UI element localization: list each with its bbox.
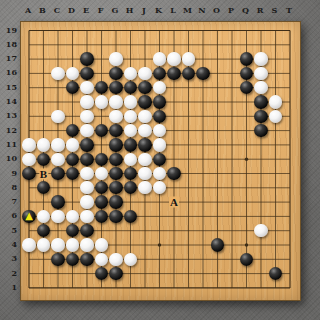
go-diagram-scene: ABCDEFGHJKLMNOPQRST 19181716151413121110… [0,0,320,320]
white-stone-J10 [138,153,151,166]
white-stone-J12 [138,124,151,137]
white-stone-H14 [124,95,137,108]
coord-label-col-O: O [213,5,220,15]
white-stone-C11 [51,138,64,151]
black-stone-C3 [51,253,64,266]
white-stone-J13 [138,110,151,123]
white-stone-E13 [80,110,93,123]
black-stone-L16 [167,67,180,80]
white-stone-A10 [22,153,35,166]
white-stone-E15 [80,81,93,94]
white-stone-D4 [66,238,79,251]
white-stone-C13 [51,110,64,123]
coord-label-row-12: 12 [4,125,17,135]
white-stone-F14 [95,95,108,108]
black-stone-G6 [109,210,122,223]
coord-label-col-R: R [257,5,264,15]
white-stone-A4 [22,238,35,251]
white-stone-F4 [95,238,108,251]
black-stone-K14 [153,95,166,108]
board-label-B-B9: B [39,168,48,179]
white-stone-H10 [124,153,137,166]
coord-label-col-K: K [155,5,162,15]
coord-label-row-19: 19 [4,25,17,35]
black-stone-G16 [109,67,122,80]
white-stone-E7 [80,195,93,208]
coord-label-row-10: 10 [4,153,17,163]
coord-label-row-3: 3 [4,253,17,263]
white-stone-F3 [95,253,108,266]
coord-label-row-17: 17 [4,53,17,63]
black-stone-J15 [138,81,151,94]
black-stone-E11 [80,138,93,151]
black-stone-D10 [66,153,79,166]
coord-label-col-T: T [286,5,292,15]
coord-label-row-13: 13 [4,110,17,120]
black-stone-G7 [109,195,122,208]
black-stone-E10 [80,153,93,166]
black-stone-G8 [109,181,122,194]
white-stone-E6 [80,210,93,223]
black-stone-K10 [153,153,166,166]
white-stone-E9 [80,167,93,180]
coord-label-col-Q: Q [242,5,249,15]
black-stone-F10 [95,153,108,166]
white-stone-R16 [254,67,267,80]
coord-label-col-N: N [198,5,205,15]
coord-label-col-P: P [228,5,234,15]
black-stone-G12 [109,124,122,137]
black-stone-E17 [80,52,93,65]
black-stone-C9 [51,167,64,180]
white-stone-E14 [80,95,93,108]
white-stone-G3 [109,253,122,266]
coord-label-row-4: 4 [4,239,17,249]
coord-label-row-16: 16 [4,67,17,77]
coord-label-row-8: 8 [4,182,17,192]
white-stone-K11 [153,138,166,151]
black-stone-R13 [254,110,267,123]
black-stone-R14 [254,95,267,108]
black-stone-G9 [109,167,122,180]
black-stone-E16 [80,67,93,80]
black-stone-Q3 [240,253,253,266]
white-stone-G17 [109,52,122,65]
triangle-marker-A6: ▲ [22,210,35,223]
black-stone-A6: ▲ [22,210,35,223]
coord-label-row-9: 9 [4,168,17,178]
black-stone-O4 [211,238,224,251]
white-stone-E12 [80,124,93,137]
white-stone-B11 [37,138,50,151]
white-stone-C16 [51,67,64,80]
coord-label-row-18: 18 [4,39,17,49]
white-stone-H3 [124,253,137,266]
black-stone-L9 [167,167,180,180]
board-label-A-L7: A [169,197,179,208]
black-stone-C7 [51,195,64,208]
white-stone-D11 [66,138,79,151]
white-stone-R15 [254,81,267,94]
black-stone-D3 [66,253,79,266]
black-stone-R12 [254,124,267,137]
white-stone-G13 [109,110,122,123]
coord-label-row-15: 15 [4,82,17,92]
coord-label-col-E: E [83,5,89,15]
coord-label-col-H: H [126,5,134,15]
black-stone-N16 [196,67,209,80]
white-stone-E8 [80,181,93,194]
white-stone-A11 [22,138,35,151]
coord-label-row-14: 14 [4,96,17,106]
coord-label-col-F: F [98,5,104,15]
white-stone-G14 [109,95,122,108]
white-stone-E4 [80,238,93,251]
black-stone-G11 [109,138,122,151]
coord-label-col-C: C [54,5,60,15]
white-stone-J16 [138,67,151,80]
black-stone-J14 [138,95,151,108]
white-stone-R17 [254,52,267,65]
black-stone-G15 [109,81,122,94]
coord-label-col-L: L [170,5,176,15]
black-stone-H11 [124,138,137,151]
coord-label-row-6: 6 [4,210,17,220]
star-point-Q10 [245,158,248,161]
coord-label-col-D: D [68,5,75,15]
coord-label-row-5: 5 [4,225,17,235]
coord-label-row-11: 11 [4,139,17,149]
white-stone-B4 [37,238,50,251]
black-stone-Q17 [240,52,253,65]
white-stone-R5 [254,224,267,237]
coord-label-row-7: 7 [4,196,17,206]
coord-label-col-M: M [183,5,192,15]
white-stone-J9 [138,167,151,180]
star-point-Q4 [245,243,248,246]
coord-label-col-B: B [39,5,46,15]
go-board[interactable]: ▲AB [20,21,301,301]
black-stone-A9 [22,167,35,180]
white-stone-C10 [51,153,64,166]
coord-label-col-A: A [25,5,31,15]
black-stone-E3 [80,253,93,266]
black-stone-E5 [80,224,93,237]
black-stone-J11 [138,138,151,151]
coord-label-col-S: S [272,5,278,15]
white-stone-C4 [51,238,64,251]
star-point-K4 [158,243,161,246]
black-stone-F7 [95,195,108,208]
white-stone-M17 [182,52,195,65]
white-stone-S14 [269,95,282,108]
black-stone-B10 [37,153,50,166]
coord-label-row-1: 1 [4,282,17,292]
white-stone-H13 [124,110,137,123]
white-stone-K17 [153,52,166,65]
coord-label-row-2: 2 [4,268,17,278]
white-stone-C6 [51,210,64,223]
white-stone-L17 [167,52,180,65]
black-stone-G2 [109,267,122,280]
coord-label-col-J: J [142,5,146,15]
black-stone-K13 [153,110,166,123]
white-stone-S13 [269,110,282,123]
white-stone-J8 [138,181,151,194]
coord-label-col-G: G [112,5,119,15]
black-stone-G10 [109,153,122,166]
